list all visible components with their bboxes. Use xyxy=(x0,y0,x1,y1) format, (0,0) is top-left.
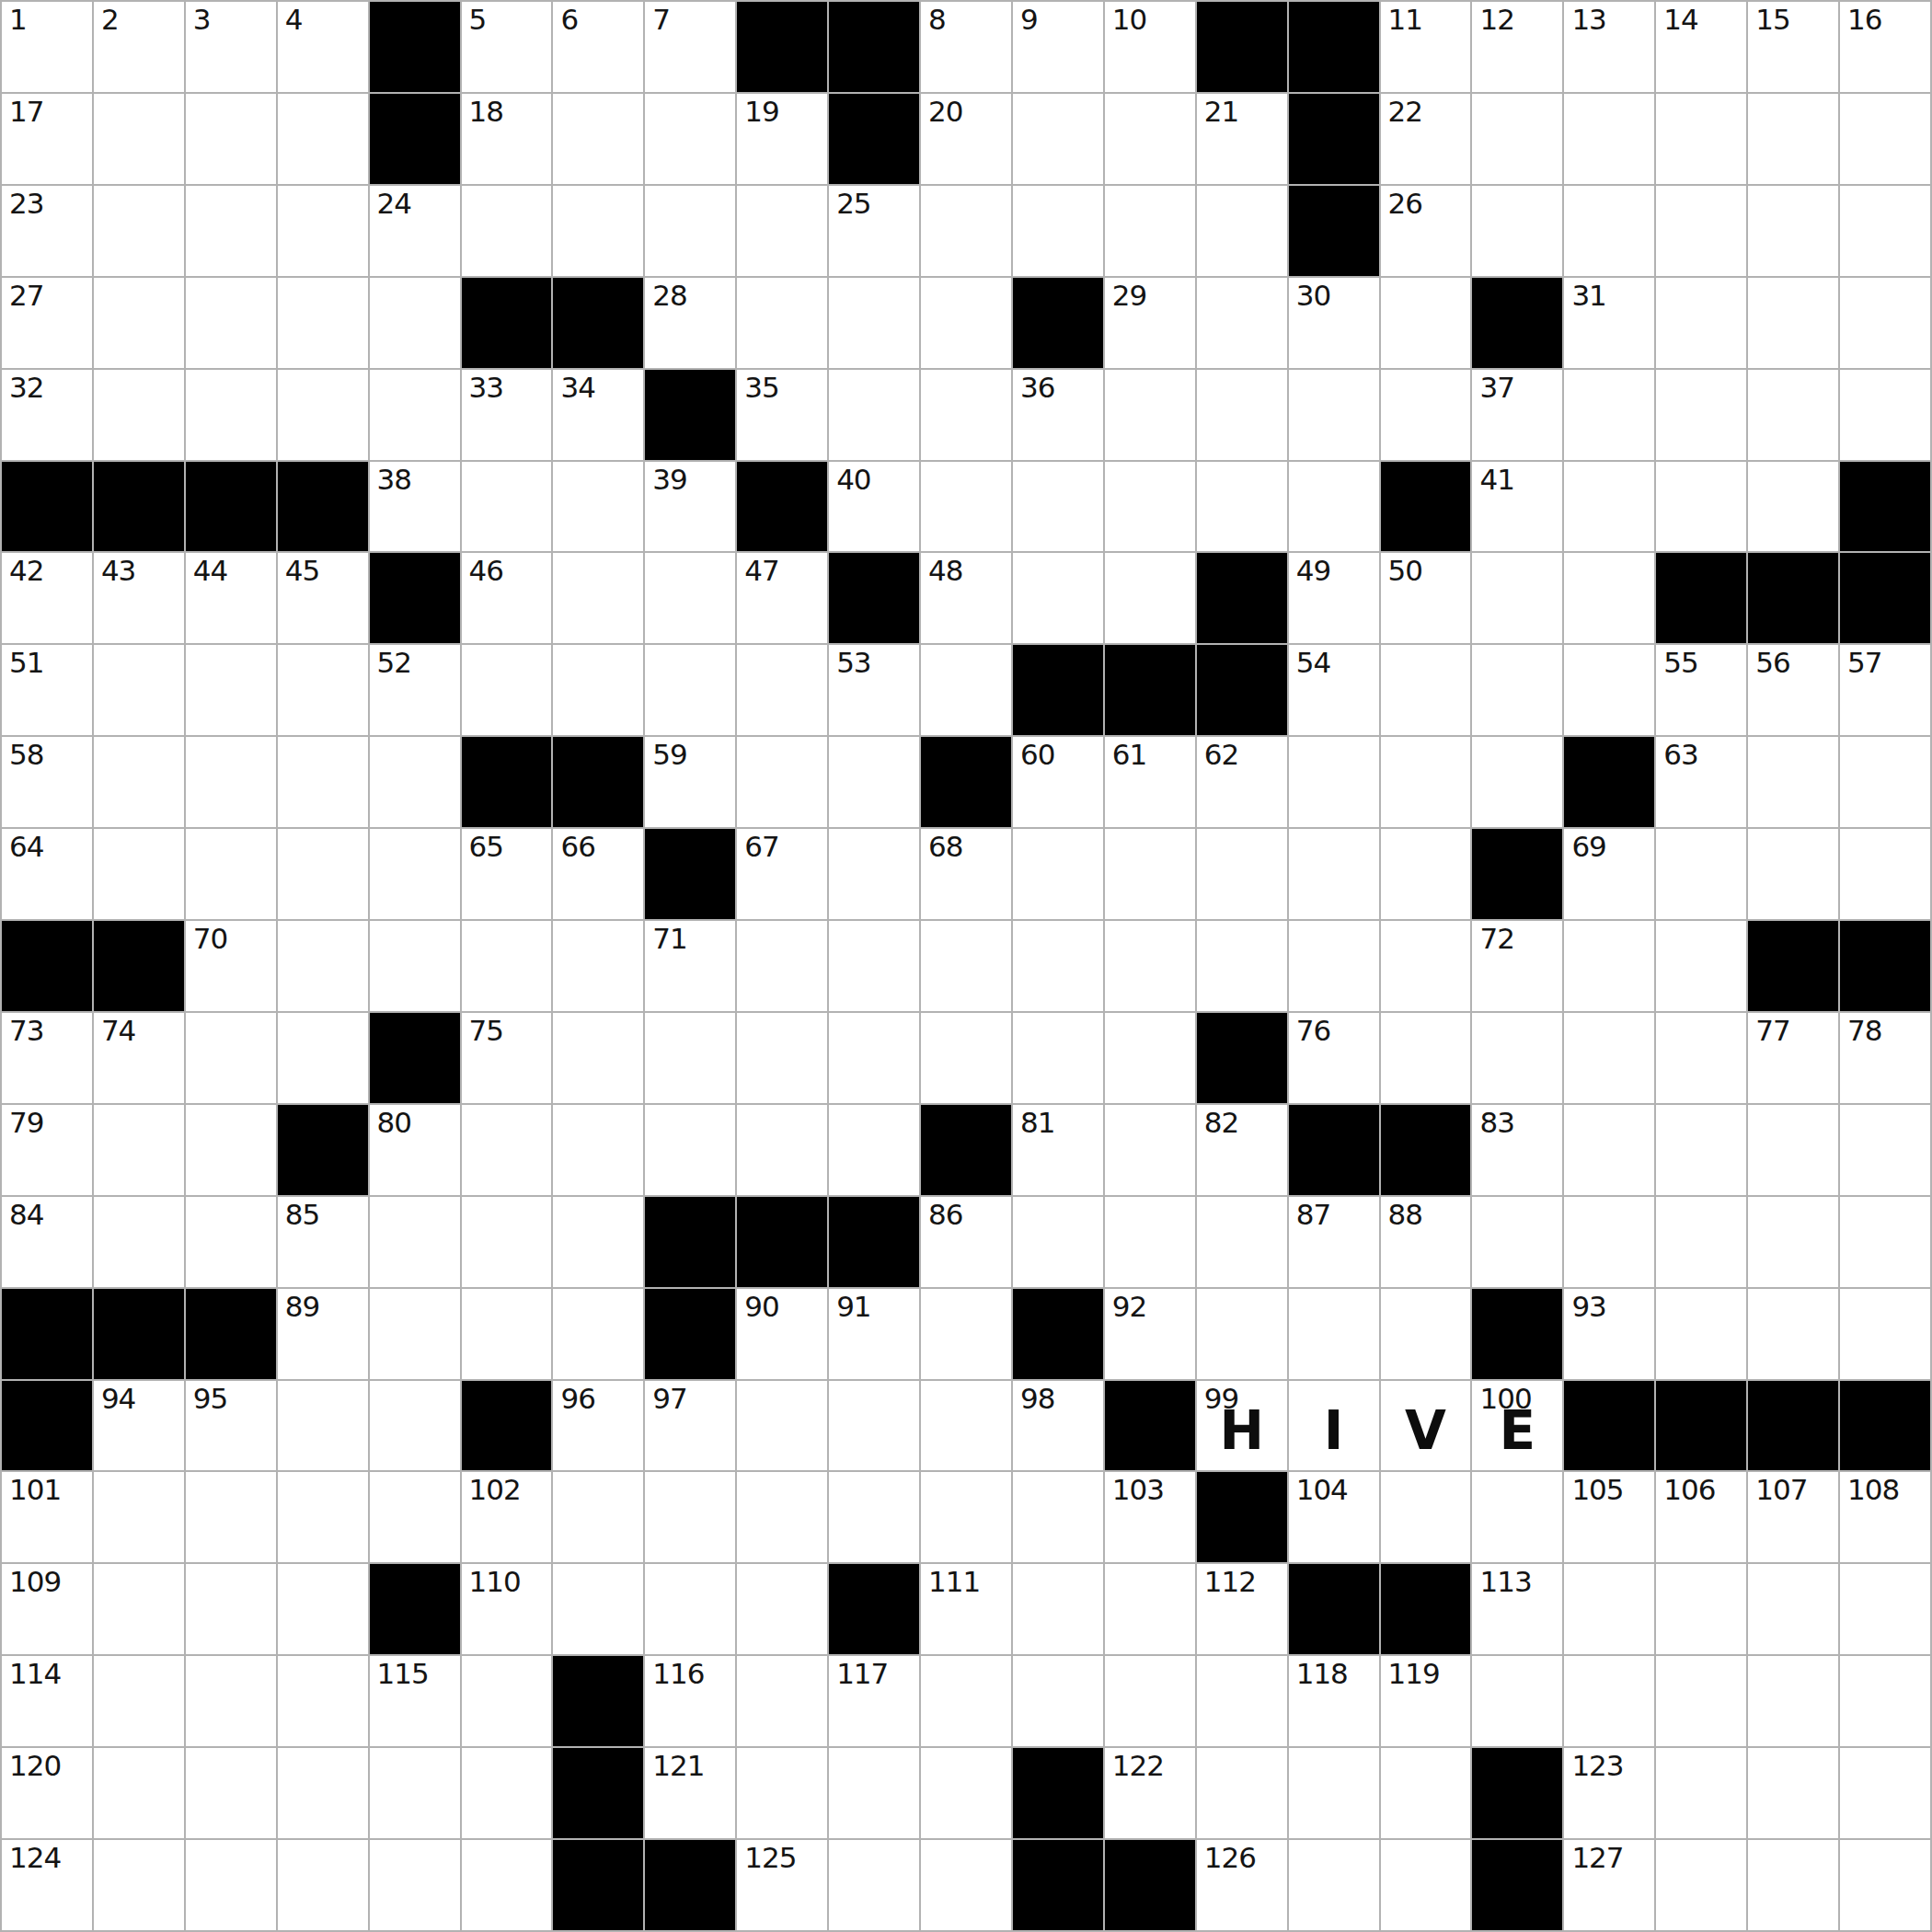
grid-cell[interactable] xyxy=(462,1656,552,1746)
grid-cell[interactable] xyxy=(1289,370,1379,460)
grid-cell[interactable] xyxy=(737,645,827,735)
grid-cell[interactable]: 50 xyxy=(1381,553,1471,643)
grid-cell[interactable]: 22 xyxy=(1381,94,1471,184)
grid-cell[interactable] xyxy=(1656,278,1746,368)
grid-cell[interactable] xyxy=(278,1656,368,1746)
grid-cell[interactable]: 58 xyxy=(2,737,92,827)
grid-cell[interactable] xyxy=(1748,1289,1838,1379)
grid-cell[interactable] xyxy=(1656,462,1746,552)
grid-cell[interactable]: 61 xyxy=(1105,737,1195,827)
grid-cell[interactable]: 125 xyxy=(737,1840,827,1930)
grid-cell[interactable] xyxy=(278,1748,368,1838)
grid-cell[interactable] xyxy=(1564,1656,1654,1746)
grid-cell[interactable]: 65 xyxy=(462,829,552,919)
grid-cell[interactable] xyxy=(645,186,735,276)
grid-cell[interactable]: 43 xyxy=(94,553,184,643)
grid-cell[interactable]: 29 xyxy=(1105,278,1195,368)
grid-cell[interactable] xyxy=(278,94,368,184)
grid-cell[interactable] xyxy=(1197,1289,1287,1379)
grid-cell[interactable] xyxy=(1564,553,1654,643)
grid-cell[interactable] xyxy=(1656,1289,1746,1379)
grid-cell[interactable]: 46 xyxy=(462,553,552,643)
grid-cell[interactable] xyxy=(1381,737,1471,827)
grid-cell[interactable]: 71 xyxy=(645,921,735,1011)
grid-cell[interactable] xyxy=(1105,829,1195,919)
grid-cell[interactable] xyxy=(1381,1013,1471,1103)
grid-cell[interactable] xyxy=(186,1656,276,1746)
grid-cell[interactable] xyxy=(921,186,1011,276)
grid-cell[interactable]: 3 xyxy=(186,2,276,92)
grid-cell[interactable] xyxy=(1656,829,1746,919)
grid-cell[interactable] xyxy=(1840,94,1930,184)
grid-cell[interactable] xyxy=(829,278,919,368)
grid-cell[interactable] xyxy=(1564,645,1654,735)
grid-cell[interactable] xyxy=(1105,1013,1195,1103)
grid-cell[interactable] xyxy=(645,1105,735,1195)
grid-cell[interactable] xyxy=(1381,1748,1471,1838)
grid-cell[interactable] xyxy=(1289,921,1379,1011)
grid-cell[interactable] xyxy=(645,1472,735,1562)
grid-cell[interactable] xyxy=(186,1564,276,1654)
grid-cell[interactable]: 64 xyxy=(2,829,92,919)
grid-cell[interactable]: 11 xyxy=(1381,2,1471,92)
grid-cell[interactable]: 2 xyxy=(94,2,184,92)
grid-cell[interactable]: 118 xyxy=(1289,1656,1379,1746)
grid-cell[interactable]: 75 xyxy=(462,1013,552,1103)
grid-cell[interactable]: 24 xyxy=(370,186,460,276)
grid-cell[interactable] xyxy=(921,645,1011,735)
grid-cell[interactable]: 37 xyxy=(1472,370,1562,460)
grid-cell[interactable] xyxy=(1748,1105,1838,1195)
grid-cell[interactable] xyxy=(186,1472,276,1562)
grid-cell[interactable]: 18 xyxy=(462,94,552,184)
grid-cell[interactable] xyxy=(1840,278,1930,368)
grid-cell[interactable]: 59 xyxy=(645,737,735,827)
grid-cell[interactable] xyxy=(737,1656,827,1746)
grid-cell[interactable]: 48 xyxy=(921,553,1011,643)
grid-cell[interactable]: 89 xyxy=(278,1289,368,1379)
grid-cell[interactable] xyxy=(1013,921,1103,1011)
grid-cell[interactable] xyxy=(1748,1564,1838,1654)
grid-cell[interactable]: 32 xyxy=(2,370,92,460)
grid-cell[interactable] xyxy=(553,94,643,184)
grid-cell[interactable]: 77 xyxy=(1748,1013,1838,1103)
grid-cell[interactable] xyxy=(1656,1197,1746,1287)
grid-cell[interactable]: 19 xyxy=(737,94,827,184)
grid-cell[interactable] xyxy=(1748,737,1838,827)
grid-cell[interactable] xyxy=(1013,553,1103,643)
grid-cell[interactable]: 94 xyxy=(94,1381,184,1471)
grid-cell[interactable] xyxy=(829,737,919,827)
grid-cell[interactable] xyxy=(1381,1289,1471,1379)
grid-cell[interactable] xyxy=(1381,1840,1471,1930)
grid-cell[interactable]: 108 xyxy=(1840,1472,1930,1562)
grid-cell[interactable]: 82 xyxy=(1197,1105,1287,1195)
grid-cell[interactable] xyxy=(1105,462,1195,552)
grid-cell[interactable]: 10 xyxy=(1105,2,1195,92)
grid-cell[interactable] xyxy=(186,645,276,735)
grid-cell[interactable] xyxy=(1656,1748,1746,1838)
grid-cell[interactable] xyxy=(462,1840,552,1930)
grid-cell[interactable]: 26 xyxy=(1381,186,1471,276)
grid-cell[interactable]: 17 xyxy=(2,94,92,184)
grid-cell[interactable]: 25 xyxy=(829,186,919,276)
grid-cell[interactable]: 91 xyxy=(829,1289,919,1379)
grid-cell[interactable]: 127 xyxy=(1564,1840,1654,1930)
grid-cell[interactable] xyxy=(278,921,368,1011)
grid-cell[interactable] xyxy=(1013,1656,1103,1746)
grid-cell[interactable] xyxy=(1472,737,1562,827)
grid-cell[interactable]: 6 xyxy=(553,2,643,92)
grid-cell[interactable]: 119 xyxy=(1381,1656,1471,1746)
grid-cell[interactable]: 111 xyxy=(921,1564,1011,1654)
grid-cell[interactable] xyxy=(553,186,643,276)
grid-cell[interactable]: 112 xyxy=(1197,1564,1287,1654)
grid-cell[interactable] xyxy=(1564,1013,1654,1103)
grid-cell[interactable]: 90 xyxy=(737,1289,827,1379)
grid-cell[interactable] xyxy=(1840,829,1930,919)
grid-cell[interactable]: 38 xyxy=(370,462,460,552)
grid-cell[interactable]: 54 xyxy=(1289,645,1379,735)
grid-cell[interactable]: 114 xyxy=(2,1656,92,1746)
grid-cell[interactable] xyxy=(1748,370,1838,460)
grid-cell[interactable] xyxy=(1656,1840,1746,1930)
grid-cell[interactable]: 44 xyxy=(186,553,276,643)
grid-cell[interactable] xyxy=(370,921,460,1011)
grid-cell[interactable] xyxy=(829,1013,919,1103)
grid-cell[interactable] xyxy=(1748,1840,1838,1930)
grid-cell[interactable] xyxy=(186,1197,276,1287)
grid-cell[interactable]: 113 xyxy=(1472,1564,1562,1654)
grid-cell[interactable]: 8 xyxy=(921,2,1011,92)
grid-cell[interactable]: 78 xyxy=(1840,1013,1930,1103)
grid-cell[interactable]: 83 xyxy=(1472,1105,1562,1195)
grid-cell[interactable]: 81 xyxy=(1013,1105,1103,1195)
grid-cell[interactable] xyxy=(1840,1197,1930,1287)
grid-cell[interactable] xyxy=(94,1840,184,1930)
grid-cell[interactable] xyxy=(278,1472,368,1562)
grid-cell[interactable] xyxy=(278,278,368,368)
grid-cell[interactable]: 85 xyxy=(278,1197,368,1287)
grid-cell[interactable] xyxy=(278,1564,368,1654)
grid-cell[interactable]: 5 xyxy=(462,2,552,92)
grid-cell[interactable] xyxy=(462,1197,552,1287)
grid-cell[interactable] xyxy=(1289,1289,1379,1379)
grid-cell[interactable]: 104 xyxy=(1289,1472,1379,1562)
grid-cell[interactable] xyxy=(1013,462,1103,552)
grid-cell[interactable] xyxy=(462,1748,552,1838)
grid-cell[interactable]: 72 xyxy=(1472,921,1562,1011)
grid-cell[interactable] xyxy=(1656,94,1746,184)
grid-cell[interactable]: 117 xyxy=(829,1656,919,1746)
grid-cell[interactable] xyxy=(1197,1656,1287,1746)
grid-cell[interactable] xyxy=(829,829,919,919)
grid-cell[interactable]: 76 xyxy=(1289,1013,1379,1103)
grid-cell[interactable] xyxy=(553,1289,643,1379)
grid-cell[interactable]: 69 xyxy=(1564,829,1654,919)
grid-cell[interactable] xyxy=(1656,370,1746,460)
grid-cell[interactable]: 84 xyxy=(2,1197,92,1287)
grid-cell[interactable] xyxy=(553,1564,643,1654)
grid-cell[interactable] xyxy=(645,645,735,735)
grid-cell[interactable]: 60 xyxy=(1013,737,1103,827)
grid-cell[interactable] xyxy=(1197,370,1287,460)
grid-cell[interactable]: 86 xyxy=(921,1197,1011,1287)
grid-cell[interactable] xyxy=(370,1289,460,1379)
grid-cell[interactable] xyxy=(1013,1564,1103,1654)
grid-cell[interactable] xyxy=(921,1013,1011,1103)
grid-cell[interactable] xyxy=(1564,94,1654,184)
grid-cell[interactable]: 36 xyxy=(1013,370,1103,460)
grid-cell[interactable] xyxy=(1656,186,1746,276)
grid-cell[interactable] xyxy=(1289,1840,1379,1930)
grid-cell[interactable]: 80 xyxy=(370,1105,460,1195)
grid-cell[interactable] xyxy=(829,921,919,1011)
grid-cell[interactable]: 9 xyxy=(1013,2,1103,92)
grid-cell[interactable] xyxy=(1564,921,1654,1011)
grid-cell[interactable] xyxy=(1564,462,1654,552)
grid-cell[interactable] xyxy=(1289,1748,1379,1838)
grid-cell[interactable]: 28 xyxy=(645,278,735,368)
grid-cell[interactable]: 93 xyxy=(1564,1289,1654,1379)
grid-cell[interactable] xyxy=(1564,1105,1654,1195)
grid-cell[interactable] xyxy=(370,737,460,827)
grid-cell[interactable] xyxy=(553,921,643,1011)
grid-cell[interactable]: 62 xyxy=(1197,737,1287,827)
grid-cell[interactable] xyxy=(1840,1840,1930,1930)
grid-cell[interactable]: 35 xyxy=(737,370,827,460)
grid-cell[interactable] xyxy=(1105,553,1195,643)
grid-cell[interactable] xyxy=(921,462,1011,552)
grid-cell[interactable]: 63 xyxy=(1656,737,1746,827)
grid-cell[interactable] xyxy=(1381,829,1471,919)
grid-cell[interactable] xyxy=(1381,921,1471,1011)
grid-cell[interactable] xyxy=(737,1472,827,1562)
grid-cell[interactable] xyxy=(370,278,460,368)
grid-cell[interactable] xyxy=(1197,829,1287,919)
grid-cell[interactable]: 30 xyxy=(1289,278,1379,368)
grid-cell[interactable] xyxy=(1013,1013,1103,1103)
grid-cell[interactable] xyxy=(737,186,827,276)
grid-cell[interactable] xyxy=(829,1840,919,1930)
grid-cell[interactable]: 34 xyxy=(553,370,643,460)
grid-cell[interactable]: 109 xyxy=(2,1564,92,1654)
grid-cell[interactable] xyxy=(921,921,1011,1011)
grid-cell[interactable] xyxy=(737,921,827,1011)
grid-cell[interactable]: 88 xyxy=(1381,1197,1471,1287)
grid-cell[interactable] xyxy=(1013,1197,1103,1287)
grid-cell[interactable] xyxy=(186,1748,276,1838)
grid-cell[interactable] xyxy=(1381,278,1471,368)
grid-cell[interactable] xyxy=(1656,921,1746,1011)
grid-cell[interactable] xyxy=(1197,278,1287,368)
grid-cell[interactable] xyxy=(1656,1656,1746,1746)
grid-cell[interactable]: 40 xyxy=(829,462,919,552)
grid-cell[interactable] xyxy=(737,1105,827,1195)
grid-cell[interactable] xyxy=(1840,737,1930,827)
grid-cell[interactable] xyxy=(370,1748,460,1838)
grid-cell[interactable] xyxy=(737,278,827,368)
grid-cell[interactable] xyxy=(278,1381,368,1471)
grid-cell[interactable] xyxy=(1472,1013,1562,1103)
grid-cell[interactable] xyxy=(1748,278,1838,368)
grid-cell[interactable] xyxy=(186,186,276,276)
grid-cell[interactable] xyxy=(1472,553,1562,643)
grid-cell[interactable]: V xyxy=(1381,1381,1471,1471)
grid-cell[interactable]: 106 xyxy=(1656,1472,1746,1562)
grid-cell[interactable]: 42 xyxy=(2,553,92,643)
grid-cell[interactable]: 116 xyxy=(645,1656,735,1746)
grid-cell[interactable] xyxy=(370,1381,460,1471)
grid-cell[interactable] xyxy=(462,921,552,1011)
grid-cell[interactable]: 115 xyxy=(370,1656,460,1746)
grid-cell[interactable] xyxy=(1840,1289,1930,1379)
grid-cell[interactable] xyxy=(278,645,368,735)
grid-cell[interactable] xyxy=(553,553,643,643)
grid-cell[interactable] xyxy=(921,1748,1011,1838)
grid-cell[interactable] xyxy=(1748,1656,1838,1746)
grid-cell[interactable]: I xyxy=(1289,1381,1379,1471)
grid-cell[interactable]: 52 xyxy=(370,645,460,735)
grid-cell[interactable] xyxy=(645,1564,735,1654)
grid-cell[interactable] xyxy=(645,1013,735,1103)
grid-cell[interactable]: 15 xyxy=(1748,2,1838,92)
grid-cell[interactable] xyxy=(1105,921,1195,1011)
grid-cell[interactable] xyxy=(370,370,460,460)
grid-cell[interactable]: 100E xyxy=(1472,1381,1562,1471)
grid-cell[interactable] xyxy=(94,645,184,735)
grid-cell[interactable] xyxy=(1472,1197,1562,1287)
grid-cell[interactable] xyxy=(553,1472,643,1562)
grid-cell[interactable] xyxy=(1748,1197,1838,1287)
grid-cell[interactable] xyxy=(462,1105,552,1195)
grid-cell[interactable]: 79 xyxy=(2,1105,92,1195)
grid-cell[interactable]: 39 xyxy=(645,462,735,552)
grid-cell[interactable] xyxy=(462,1289,552,1379)
grid-cell[interactable] xyxy=(921,278,1011,368)
grid-cell[interactable] xyxy=(553,1105,643,1195)
grid-cell[interactable]: 68 xyxy=(921,829,1011,919)
grid-cell[interactable] xyxy=(94,1564,184,1654)
grid-cell[interactable] xyxy=(94,1472,184,1562)
grid-cell[interactable] xyxy=(829,1472,919,1562)
grid-cell[interactable] xyxy=(278,737,368,827)
grid-cell[interactable] xyxy=(1748,829,1838,919)
grid-cell[interactable] xyxy=(1472,94,1562,184)
grid-cell[interactable] xyxy=(94,737,184,827)
grid-cell[interactable]: 120 xyxy=(2,1748,92,1838)
grid-cell[interactable] xyxy=(1105,1656,1195,1746)
grid-cell[interactable] xyxy=(94,1656,184,1746)
grid-cell[interactable] xyxy=(1748,186,1838,276)
grid-cell[interactable]: 31 xyxy=(1564,278,1654,368)
grid-cell[interactable]: 67 xyxy=(737,829,827,919)
grid-cell[interactable] xyxy=(921,1381,1011,1471)
grid-cell[interactable] xyxy=(1289,737,1379,827)
grid-cell[interactable] xyxy=(1564,1197,1654,1287)
grid-cell[interactable] xyxy=(186,94,276,184)
grid-cell[interactable]: 105 xyxy=(1564,1472,1654,1562)
grid-cell[interactable] xyxy=(921,1656,1011,1746)
grid-cell[interactable]: 12 xyxy=(1472,2,1562,92)
grid-cell[interactable] xyxy=(1840,1656,1930,1746)
grid-cell[interactable] xyxy=(829,1105,919,1195)
grid-cell[interactable] xyxy=(186,829,276,919)
grid-cell[interactable]: 74 xyxy=(94,1013,184,1103)
grid-cell[interactable] xyxy=(186,1840,276,1930)
grid-cell[interactable]: 56 xyxy=(1748,645,1838,735)
grid-cell[interactable] xyxy=(1105,1564,1195,1654)
grid-cell[interactable]: 14 xyxy=(1656,2,1746,92)
grid-cell[interactable]: 122 xyxy=(1105,1748,1195,1838)
grid-cell[interactable] xyxy=(1197,186,1287,276)
grid-cell[interactable] xyxy=(94,1105,184,1195)
grid-cell[interactable] xyxy=(645,94,735,184)
grid-cell[interactable] xyxy=(1381,370,1471,460)
grid-cell[interactable]: 97 xyxy=(645,1381,735,1471)
grid-cell[interactable] xyxy=(462,462,552,552)
grid-cell[interactable]: 55 xyxy=(1656,645,1746,735)
grid-cell[interactable] xyxy=(1472,1472,1562,1562)
grid-cell[interactable] xyxy=(186,737,276,827)
grid-cell[interactable] xyxy=(553,1197,643,1287)
grid-cell[interactable]: 99H xyxy=(1197,1381,1287,1471)
grid-cell[interactable]: 16 xyxy=(1840,2,1930,92)
grid-cell[interactable] xyxy=(645,553,735,643)
grid-cell[interactable] xyxy=(921,370,1011,460)
grid-cell[interactable]: 107 xyxy=(1748,1472,1838,1562)
grid-cell[interactable] xyxy=(553,1013,643,1103)
grid-cell[interactable] xyxy=(370,829,460,919)
grid-cell[interactable] xyxy=(553,645,643,735)
grid-cell[interactable]: 21 xyxy=(1197,94,1287,184)
grid-cell[interactable] xyxy=(462,645,552,735)
grid-cell[interactable] xyxy=(1289,829,1379,919)
grid-cell[interactable] xyxy=(1105,1105,1195,1195)
grid-cell[interactable] xyxy=(1105,186,1195,276)
grid-cell[interactable] xyxy=(921,1289,1011,1379)
grid-cell[interactable] xyxy=(94,1748,184,1838)
grid-cell[interactable]: 101 xyxy=(2,1472,92,1562)
grid-cell[interactable] xyxy=(829,1748,919,1838)
grid-cell[interactable] xyxy=(94,370,184,460)
grid-cell[interactable] xyxy=(1472,186,1562,276)
grid-cell[interactable] xyxy=(1840,1105,1930,1195)
grid-cell[interactable] xyxy=(1840,1748,1930,1838)
grid-cell[interactable]: 27 xyxy=(2,278,92,368)
grid-cell[interactable] xyxy=(1197,462,1287,552)
grid-cell[interactable] xyxy=(94,1197,184,1287)
grid-cell[interactable]: 53 xyxy=(829,645,919,735)
grid-cell[interactable] xyxy=(1564,1564,1654,1654)
grid-cell[interactable] xyxy=(1197,1197,1287,1287)
grid-cell[interactable] xyxy=(278,186,368,276)
grid-cell[interactable]: 126 xyxy=(1197,1840,1287,1930)
grid-cell[interactable] xyxy=(94,278,184,368)
grid-cell[interactable] xyxy=(829,370,919,460)
grid-cell[interactable] xyxy=(370,1840,460,1930)
grid-cell[interactable] xyxy=(462,186,552,276)
grid-cell[interactable] xyxy=(1197,1748,1287,1838)
grid-cell[interactable]: 49 xyxy=(1289,553,1379,643)
grid-cell[interactable] xyxy=(370,1197,460,1287)
grid-cell[interactable] xyxy=(737,1013,827,1103)
grid-cell[interactable] xyxy=(1013,94,1103,184)
grid-cell[interactable]: 87 xyxy=(1289,1197,1379,1287)
grid-cell[interactable] xyxy=(1564,186,1654,276)
grid-cell[interactable] xyxy=(278,1013,368,1103)
grid-cell[interactable] xyxy=(1748,1748,1838,1838)
